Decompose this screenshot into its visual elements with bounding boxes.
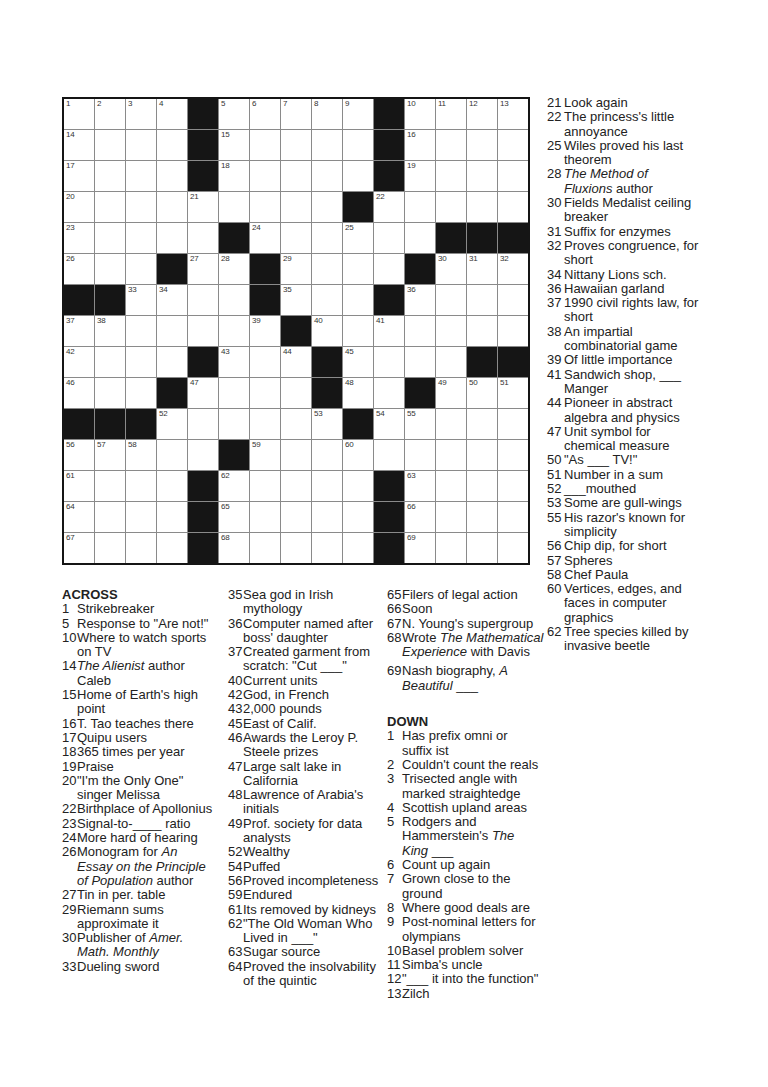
cell-r9c13[interactable] bbox=[436, 347, 466, 377]
cell-r10c14[interactable]: 50 bbox=[467, 378, 497, 408]
clue-number: 36 bbox=[228, 617, 243, 631]
clue-across-37: 37Created garment from scratch: "Cut ___… bbox=[228, 645, 386, 674]
cell-r15c14[interactable] bbox=[467, 533, 497, 563]
cell-r6c1[interactable]: 26 bbox=[64, 254, 94, 284]
clue-number: 33 bbox=[62, 960, 77, 974]
cell-r13c6[interactable]: 62 bbox=[219, 471, 249, 501]
black-cell-r9c5 bbox=[188, 347, 218, 377]
cell-r8c7[interactable]: 39 bbox=[250, 316, 280, 346]
cell-number: 63 bbox=[407, 471, 415, 481]
cell-r10c11[interactable] bbox=[374, 378, 404, 408]
clue-text: Trisected angle with marked straightedge bbox=[402, 772, 554, 801]
clue-text: Sugar source bbox=[243, 945, 386, 959]
cell-r4c11[interactable]: 22 bbox=[374, 192, 404, 222]
cell-r3c10[interactable] bbox=[343, 161, 373, 191]
cell-number: 59 bbox=[252, 440, 260, 450]
clue-down-4: 4Scottish upland areas bbox=[387, 801, 554, 815]
cell-r5c11[interactable] bbox=[374, 223, 404, 253]
cell-r15c6[interactable]: 68 bbox=[219, 533, 249, 563]
clue-text: "I'm the Only One" singer Melissa bbox=[77, 774, 224, 803]
cell-r11c11[interactable]: 54 bbox=[374, 409, 404, 439]
clue-down-36: 36Hawaiian garland bbox=[547, 282, 707, 296]
cell-r11c13[interactable] bbox=[436, 409, 466, 439]
cell-r10c15[interactable]: 51 bbox=[498, 378, 528, 408]
cell-r12c8[interactable] bbox=[281, 440, 311, 470]
crossword-page: 1234567891011121314151617181920212223242… bbox=[0, 0, 768, 1087]
cell-r3c1[interactable]: 17 bbox=[64, 161, 94, 191]
black-cell-r7c2 bbox=[95, 285, 125, 315]
cell-r14c14[interactable] bbox=[467, 502, 497, 532]
cell-r9c12[interactable] bbox=[405, 347, 435, 377]
cell-r2c13[interactable] bbox=[436, 130, 466, 160]
clue-text: 2,000 pounds bbox=[243, 702, 386, 716]
cell-r7c13[interactable] bbox=[436, 285, 466, 315]
cell-number: 10 bbox=[407, 99, 415, 109]
cell-number: 66 bbox=[407, 502, 415, 512]
clue-number: 56 bbox=[228, 874, 243, 888]
cell-r15c15[interactable] bbox=[498, 533, 528, 563]
clue-across-30: 30Publisher of Amer. Math. Monthly bbox=[62, 931, 224, 960]
cell-r11c12[interactable]: 55 bbox=[405, 409, 435, 439]
cell-r3c15[interactable] bbox=[498, 161, 528, 191]
cell-number: 38 bbox=[97, 316, 105, 326]
clue-text: The Alienist author Caleb bbox=[77, 659, 224, 688]
clue-down-47: 47Unit symbol for chemical measure bbox=[547, 425, 707, 454]
cell-r4c13[interactable] bbox=[436, 192, 466, 222]
cell-r13c7[interactable] bbox=[250, 471, 280, 501]
black-cell-r10c12 bbox=[405, 378, 435, 408]
cell-r5c9[interactable] bbox=[312, 223, 342, 253]
clue-number: 62 bbox=[547, 625, 564, 639]
cell-r2c14[interactable] bbox=[467, 130, 497, 160]
cell-r13c15[interactable] bbox=[498, 471, 528, 501]
cell-r3c6[interactable]: 18 bbox=[219, 161, 249, 191]
cell-r11c5[interactable] bbox=[188, 409, 218, 439]
cell-r3c9[interactable] bbox=[312, 161, 342, 191]
cell-r14c13[interactable] bbox=[436, 502, 466, 532]
cell-r13c10[interactable] bbox=[343, 471, 373, 501]
cell-r12c10[interactable]: 60 bbox=[343, 440, 373, 470]
cell-r1c6[interactable]: 5 bbox=[219, 99, 249, 129]
black-cell-r6c12 bbox=[405, 254, 435, 284]
cell-r11c15[interactable] bbox=[498, 409, 528, 439]
clue-number: 17 bbox=[62, 731, 77, 745]
cell-r3c14[interactable] bbox=[467, 161, 497, 191]
cell-r9c7[interactable] bbox=[250, 347, 280, 377]
cell-r12c11[interactable] bbox=[374, 440, 404, 470]
clue-across-45: 45East of Calif. bbox=[228, 717, 386, 731]
cell-r10c6[interactable] bbox=[219, 378, 249, 408]
clue-down-34: 34Nittany Lions sch. bbox=[547, 268, 707, 282]
cell-r15c3[interactable] bbox=[126, 533, 156, 563]
cell-r15c8[interactable] bbox=[281, 533, 311, 563]
cell-number: 52 bbox=[159, 409, 167, 419]
cell-r12c4[interactable] bbox=[157, 440, 187, 470]
cell-number: 29 bbox=[283, 254, 291, 264]
clue-across-67: 67N. Young's supergroup bbox=[387, 617, 554, 631]
clue-number: 56 bbox=[547, 539, 564, 553]
clue-down-32: 32Proves congruence, for short bbox=[547, 239, 707, 268]
clue-down-12: 12"___ it into the function" bbox=[387, 972, 554, 986]
clue-number: 41 bbox=[547, 368, 564, 382]
clue-number: 47 bbox=[228, 760, 243, 774]
cell-r6c6[interactable]: 28 bbox=[219, 254, 249, 284]
cell-r7c8[interactable]: 35 bbox=[281, 285, 311, 315]
cell-r15c13[interactable] bbox=[436, 533, 466, 563]
cell-r4c5[interactable]: 21 bbox=[188, 192, 218, 222]
clue-across-48: 48Lawrence of Arabia's initials bbox=[228, 788, 386, 817]
black-cell-r5c15 bbox=[498, 223, 528, 253]
clue-number: 59 bbox=[228, 888, 243, 902]
clue-across-20: 20"I'm the Only One" singer Melissa bbox=[62, 774, 224, 803]
cell-r12c12[interactable] bbox=[405, 440, 435, 470]
clue-text: Wealthy bbox=[243, 845, 386, 859]
cell-r1c10[interactable]: 9 bbox=[343, 99, 373, 129]
clue-down-30: 30Fields Medalist ceiling breaker bbox=[547, 196, 707, 225]
cell-r8c15[interactable] bbox=[498, 316, 528, 346]
cell-r6c8[interactable]: 29 bbox=[281, 254, 311, 284]
cell-r8c14[interactable] bbox=[467, 316, 497, 346]
cell-r6c2[interactable] bbox=[95, 254, 125, 284]
clue-text: Publisher of Amer. Math. Monthly bbox=[77, 931, 224, 960]
cell-r13c14[interactable] bbox=[467, 471, 497, 501]
cell-r15c10[interactable] bbox=[343, 533, 373, 563]
cell-r15c9[interactable] bbox=[312, 533, 342, 563]
cell-number: 25 bbox=[345, 223, 353, 233]
cell-r14c9[interactable] bbox=[312, 502, 342, 532]
black-cell-r1c5 bbox=[188, 99, 218, 129]
cell-r8c6[interactable] bbox=[219, 316, 249, 346]
cell-r14c7[interactable] bbox=[250, 502, 280, 532]
cell-r5c12[interactable] bbox=[405, 223, 435, 253]
clue-across-68: 68Wrote The Mathematical Experience with… bbox=[387, 631, 554, 660]
cell-r13c4[interactable] bbox=[157, 471, 187, 501]
cell-r12c2[interactable]: 57 bbox=[95, 440, 125, 470]
cell-r4c9[interactable] bbox=[312, 192, 342, 222]
cell-r10c10[interactable]: 48 bbox=[343, 378, 373, 408]
cell-r2c15[interactable] bbox=[498, 130, 528, 160]
clue-number: 8 bbox=[387, 901, 402, 915]
cell-r13c9[interactable] bbox=[312, 471, 342, 501]
cell-r8c5[interactable] bbox=[188, 316, 218, 346]
cell-r3c13[interactable] bbox=[436, 161, 466, 191]
cell-number: 11 bbox=[438, 99, 446, 109]
cell-number: 20 bbox=[66, 192, 74, 202]
cell-r12c14[interactable] bbox=[467, 440, 497, 470]
cell-r7c3[interactable]: 33 bbox=[126, 285, 156, 315]
cell-r4c4[interactable] bbox=[157, 192, 187, 222]
clue-number: 58 bbox=[547, 568, 564, 582]
cell-r3c4[interactable] bbox=[157, 161, 187, 191]
cell-r11c7[interactable] bbox=[250, 409, 280, 439]
cell-r1c9[interactable]: 8 bbox=[312, 99, 342, 129]
clue-across-42: 42God, in French bbox=[228, 688, 386, 702]
cell-r14c4[interactable] bbox=[157, 502, 187, 532]
clue-number: 31 bbox=[547, 225, 564, 239]
cell-r5c5[interactable] bbox=[188, 223, 218, 253]
cell-r2c10[interactable] bbox=[343, 130, 373, 160]
cell-r1c12[interactable]: 10 bbox=[405, 99, 435, 129]
cell-r3c2[interactable] bbox=[95, 161, 125, 191]
cell-r8c10[interactable] bbox=[343, 316, 373, 346]
clue-number: 6 bbox=[387, 858, 402, 872]
clue-text: Where good deals are bbox=[402, 901, 554, 915]
cell-r10c3[interactable] bbox=[126, 378, 156, 408]
cell-r13c2[interactable] bbox=[95, 471, 125, 501]
clue-number: 67 bbox=[387, 617, 402, 631]
cell-r5c3[interactable] bbox=[126, 223, 156, 253]
clue-down-55: 55His razor's known for simplicity bbox=[547, 511, 707, 540]
cell-r6c9[interactable] bbox=[312, 254, 342, 284]
cell-r4c15[interactable] bbox=[498, 192, 528, 222]
clue-number: 10 bbox=[62, 631, 77, 645]
black-cell-r5c6 bbox=[219, 223, 249, 253]
cell-r12c9[interactable] bbox=[312, 440, 342, 470]
cell-number: 60 bbox=[345, 440, 353, 450]
cell-r6c14[interactable]: 31 bbox=[467, 254, 497, 284]
cell-number: 19 bbox=[407, 161, 415, 171]
clue-number: 13 bbox=[387, 987, 402, 1001]
clue-text: ___mouthed bbox=[564, 482, 707, 496]
clue-text: Spheres bbox=[564, 554, 707, 568]
cell-r13c12[interactable]: 63 bbox=[405, 471, 435, 501]
cell-r15c2[interactable] bbox=[95, 533, 125, 563]
cell-r6c11[interactable] bbox=[374, 254, 404, 284]
cell-r3c3[interactable] bbox=[126, 161, 156, 191]
cell-r8c1[interactable]: 37 bbox=[64, 316, 94, 346]
cell-r13c8[interactable] bbox=[281, 471, 311, 501]
cell-r3c7[interactable] bbox=[250, 161, 280, 191]
cell-r2c8[interactable] bbox=[281, 130, 311, 160]
cell-r2c6[interactable]: 15 bbox=[219, 130, 249, 160]
cell-r11c6[interactable] bbox=[219, 409, 249, 439]
clue-text: Wiles proved his last theorem bbox=[564, 139, 707, 168]
cell-r13c3[interactable] bbox=[126, 471, 156, 501]
clue-number: 16 bbox=[62, 717, 77, 731]
cell-r11c8[interactable] bbox=[281, 409, 311, 439]
clue-text: Basel problem solver bbox=[402, 944, 554, 958]
cell-r10c5[interactable]: 47 bbox=[188, 378, 218, 408]
cell-number: 8 bbox=[314, 99, 318, 109]
clue-number: 25 bbox=[547, 139, 564, 153]
clue-text: 365 times per year bbox=[77, 745, 224, 759]
clue-text: Look again bbox=[564, 96, 707, 110]
cell-r8c11[interactable]: 41 bbox=[374, 316, 404, 346]
cell-r10c13[interactable]: 49 bbox=[436, 378, 466, 408]
cell-r4c1[interactable]: 20 bbox=[64, 192, 94, 222]
black-cell-r10c4 bbox=[157, 378, 187, 408]
cell-r5c7[interactable]: 24 bbox=[250, 223, 280, 253]
cell-r13c1[interactable]: 61 bbox=[64, 471, 94, 501]
cell-r14c6[interactable]: 65 bbox=[219, 502, 249, 532]
clue-number: 22 bbox=[547, 110, 564, 124]
cell-r4c2[interactable] bbox=[95, 192, 125, 222]
clue-text: Wrote The Mathematical Experience with D… bbox=[402, 631, 554, 660]
clue-across-59: 59Endured bbox=[228, 888, 386, 902]
cell-r4c14[interactable] bbox=[467, 192, 497, 222]
cell-r7c14[interactable] bbox=[467, 285, 497, 315]
clue-number: 24 bbox=[62, 831, 77, 845]
cell-r10c7[interactable] bbox=[250, 378, 280, 408]
clue-text: Birthplace of Apollonius bbox=[77, 802, 224, 816]
cell-r4c3[interactable] bbox=[126, 192, 156, 222]
cell-r1c2[interactable]: 2 bbox=[95, 99, 125, 129]
black-cell-r2c11 bbox=[374, 130, 404, 160]
cell-r5c10[interactable]: 25 bbox=[343, 223, 373, 253]
cell-r9c10[interactable]: 45 bbox=[343, 347, 373, 377]
cell-r12c7[interactable]: 59 bbox=[250, 440, 280, 470]
cell-r14c8[interactable] bbox=[281, 502, 311, 532]
cell-r1c3[interactable]: 3 bbox=[126, 99, 156, 129]
clue-down-25: 25Wiles proved his last theorem bbox=[547, 139, 707, 168]
cell-number: 36 bbox=[407, 285, 415, 295]
clue-text: Nittany Lions sch. bbox=[564, 268, 707, 282]
cell-r7c15[interactable] bbox=[498, 285, 528, 315]
cell-r7c6[interactable] bbox=[219, 285, 249, 315]
cell-r10c2[interactable] bbox=[95, 378, 125, 408]
cell-number: 42 bbox=[66, 347, 74, 357]
clue-number: 53 bbox=[547, 496, 564, 510]
black-cell-r5c14 bbox=[467, 223, 497, 253]
cell-r8c12[interactable] bbox=[405, 316, 435, 346]
clue-text: Prof. society for data analysts bbox=[243, 817, 386, 846]
black-cell-r8c8 bbox=[281, 316, 311, 346]
cell-r12c15[interactable] bbox=[498, 440, 528, 470]
cell-r4c6[interactable] bbox=[219, 192, 249, 222]
clue-number: 52 bbox=[547, 482, 564, 496]
clue-number: 14 bbox=[62, 659, 77, 673]
cell-r14c3[interactable] bbox=[126, 502, 156, 532]
clue-number: 21 bbox=[547, 96, 564, 110]
clue-down-7: 7Grown close to the ground bbox=[387, 872, 554, 901]
cell-number: 12 bbox=[469, 99, 477, 109]
clue-number: 2 bbox=[387, 758, 402, 772]
cell-r15c7[interactable] bbox=[250, 533, 280, 563]
cell-r6c15[interactable]: 32 bbox=[498, 254, 528, 284]
cell-r11c4[interactable]: 52 bbox=[157, 409, 187, 439]
cell-r2c7[interactable] bbox=[250, 130, 280, 160]
cell-r8c4[interactable] bbox=[157, 316, 187, 346]
cell-number: 49 bbox=[438, 378, 446, 388]
cell-r14c2[interactable] bbox=[95, 502, 125, 532]
cell-r1c4[interactable]: 4 bbox=[157, 99, 187, 129]
cell-r10c1[interactable]: 46 bbox=[64, 378, 94, 408]
cell-r10c8[interactable] bbox=[281, 378, 311, 408]
cell-r3c12[interactable]: 19 bbox=[405, 161, 435, 191]
cell-r3c8[interactable] bbox=[281, 161, 311, 191]
clue-across-18: 18365 times per year bbox=[62, 745, 224, 759]
cell-r1c14[interactable]: 12 bbox=[467, 99, 497, 129]
cell-r9c4[interactable] bbox=[157, 347, 187, 377]
cell-r11c9[interactable]: 53 bbox=[312, 409, 342, 439]
cell-r12c1[interactable]: 56 bbox=[64, 440, 94, 470]
cell-r6c10[interactable] bbox=[343, 254, 373, 284]
cell-number: 64 bbox=[66, 502, 74, 512]
cell-r14c12[interactable]: 66 bbox=[405, 502, 435, 532]
black-cell-r7c11 bbox=[374, 285, 404, 315]
cell-r2c12[interactable]: 16 bbox=[405, 130, 435, 160]
cell-r11c14[interactable] bbox=[467, 409, 497, 439]
cell-r12c5[interactable] bbox=[188, 440, 218, 470]
cell-r4c12[interactable] bbox=[405, 192, 435, 222]
clue-text: Created garment from scratch: "Cut ___" bbox=[243, 645, 386, 674]
cell-number: 50 bbox=[469, 378, 477, 388]
clue-text: "As ___ TV!" bbox=[564, 453, 707, 467]
cell-r15c12[interactable]: 69 bbox=[405, 533, 435, 563]
cell-r7c9[interactable] bbox=[312, 285, 342, 315]
clue-down-3: 3Trisected angle with marked straightedg… bbox=[387, 772, 554, 801]
cell-r9c1[interactable]: 42 bbox=[64, 347, 94, 377]
cell-r1c1[interactable]: 1 bbox=[64, 99, 94, 129]
cell-r2c2[interactable] bbox=[95, 130, 125, 160]
cell-r9c8[interactable]: 44 bbox=[281, 347, 311, 377]
cell-r6c3[interactable] bbox=[126, 254, 156, 284]
cell-r14c1[interactable]: 64 bbox=[64, 502, 94, 532]
clue-number: 48 bbox=[228, 788, 243, 802]
cell-r1c15[interactable]: 13 bbox=[498, 99, 528, 129]
cell-r8c9[interactable]: 40 bbox=[312, 316, 342, 346]
cell-r1c8[interactable]: 7 bbox=[281, 99, 311, 129]
cell-r14c10[interactable] bbox=[343, 502, 373, 532]
cell-r7c4[interactable]: 34 bbox=[157, 285, 187, 315]
cell-r8c13[interactable] bbox=[436, 316, 466, 346]
clue-text: Puffed bbox=[243, 860, 386, 874]
cell-r13c13[interactable] bbox=[436, 471, 466, 501]
clue-across-69: 69Nash biography, A Beautiful ___ bbox=[387, 664, 554, 693]
cell-number: 24 bbox=[252, 223, 260, 233]
clue-number: 54 bbox=[228, 860, 243, 874]
cell-number: 58 bbox=[128, 440, 136, 450]
cell-r5c4[interactable] bbox=[157, 223, 187, 253]
clue-number: 63 bbox=[228, 945, 243, 959]
cell-r6c13[interactable]: 30 bbox=[436, 254, 466, 284]
cell-r1c7[interactable]: 6 bbox=[250, 99, 280, 129]
cell-r14c15[interactable] bbox=[498, 502, 528, 532]
cell-r12c13[interactable] bbox=[436, 440, 466, 470]
cell-number: 44 bbox=[283, 347, 291, 357]
cell-r2c9[interactable] bbox=[312, 130, 342, 160]
clue-text: East of Calif. bbox=[243, 717, 386, 731]
cell-number: 37 bbox=[66, 316, 74, 326]
cell-r12c3[interactable]: 58 bbox=[126, 440, 156, 470]
cell-r9c11[interactable] bbox=[374, 347, 404, 377]
cell-r2c4[interactable] bbox=[157, 130, 187, 160]
cell-r4c8[interactable] bbox=[281, 192, 311, 222]
cell-number: 61 bbox=[66, 471, 74, 481]
cell-r5c1[interactable]: 23 bbox=[64, 223, 94, 253]
cell-r7c12[interactable]: 36 bbox=[405, 285, 435, 315]
cell-r5c8[interactable] bbox=[281, 223, 311, 253]
cell-r2c1[interactable]: 14 bbox=[64, 130, 94, 160]
cell-r5c2[interactable] bbox=[95, 223, 125, 253]
clue-across-66: 66Soon bbox=[387, 602, 554, 616]
cell-r15c1[interactable]: 67 bbox=[64, 533, 94, 563]
clue-number: 65 bbox=[387, 588, 402, 602]
cell-r9c2[interactable] bbox=[95, 347, 125, 377]
cell-r15c4[interactable] bbox=[157, 533, 187, 563]
cell-r7c5[interactable] bbox=[188, 285, 218, 315]
black-cell-r9c9 bbox=[312, 347, 342, 377]
cell-r1c13[interactable]: 11 bbox=[436, 99, 466, 129]
cell-r9c6[interactable]: 43 bbox=[219, 347, 249, 377]
cell-r4c7[interactable] bbox=[250, 192, 280, 222]
cell-r6c5[interactable]: 27 bbox=[188, 254, 218, 284]
cell-r8c2[interactable]: 38 bbox=[95, 316, 125, 346]
cell-r8c3[interactable] bbox=[126, 316, 156, 346]
cell-r9c3[interactable] bbox=[126, 347, 156, 377]
cell-r7c10[interactable] bbox=[343, 285, 373, 315]
cell-r2c3[interactable] bbox=[126, 130, 156, 160]
